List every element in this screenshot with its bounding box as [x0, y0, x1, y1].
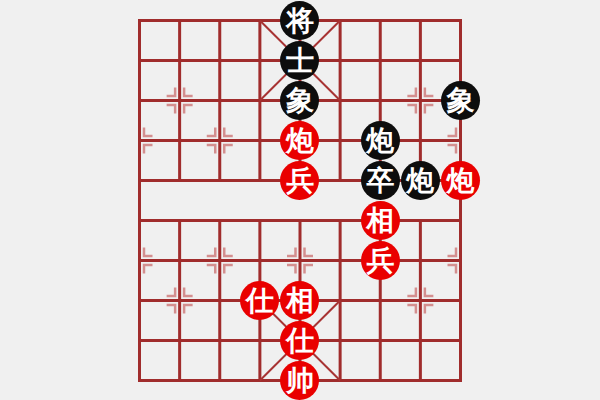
red-elephant[interactable]: 相 — [361, 201, 400, 240]
red-advisor[interactable]: 仕 — [280, 321, 319, 360]
red-general[interactable]: 帅 — [280, 361, 319, 400]
red-elephant[interactable]: 相 — [280, 281, 319, 320]
red-cannon[interactable]: 炮 — [441, 161, 480, 200]
black-soldier[interactable]: 卒 — [361, 161, 400, 200]
black-cannon[interactable]: 炮 — [361, 121, 400, 160]
black-cannon[interactable]: 炮 — [401, 161, 440, 200]
red-soldier[interactable]: 兵 — [361, 241, 400, 280]
red-cannon[interactable]: 炮 — [280, 121, 319, 160]
black-advisor[interactable]: 士 — [280, 41, 319, 80]
black-elephant[interactable]: 象 — [441, 81, 480, 120]
black-general[interactable]: 将 — [280, 1, 319, 40]
black-elephant[interactable]: 象 — [280, 81, 319, 120]
piece-grid: 将士象象炮炮兵卒炮炮相兵仕相仕帅 — [119, 1, 480, 400]
red-advisor[interactable]: 仕 — [240, 281, 279, 320]
xiangqi-board: 将士象象炮炮兵卒炮炮相兵仕相仕帅 — [0, 0, 600, 400]
red-soldier[interactable]: 兵 — [280, 161, 319, 200]
